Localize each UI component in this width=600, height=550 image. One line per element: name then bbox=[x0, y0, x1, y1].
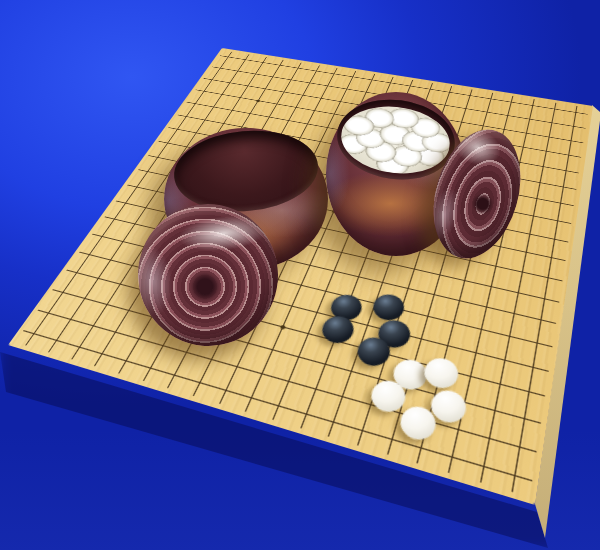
go-set-photo bbox=[0, 0, 600, 550]
board-grid bbox=[15, 51, 588, 497]
